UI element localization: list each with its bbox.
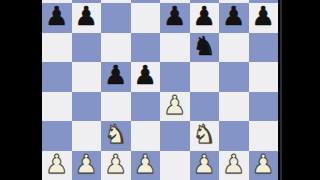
square-h6 bbox=[249, 33, 279, 63]
piece-white-knight-c3: ♞ bbox=[104, 120, 127, 150]
square-d5: ♟ bbox=[131, 62, 161, 92]
piece-black-pawn-g7: ♟ bbox=[222, 2, 245, 32]
square-c7 bbox=[101, 3, 131, 33]
square-h3 bbox=[249, 121, 279, 151]
square-b2: ♟ bbox=[72, 151, 102, 180]
square-c3: ♞ bbox=[101, 121, 131, 151]
square-e6 bbox=[160, 33, 190, 63]
piece-black-pawn-f7: ♟ bbox=[193, 2, 216, 32]
piece-black-pawn-e7: ♟ bbox=[163, 2, 186, 32]
piece-black-pawn-c5: ♟ bbox=[104, 61, 127, 91]
piece-white-pawn-a2: ♟ bbox=[45, 150, 68, 180]
piece-white-king-e1: ♚ bbox=[163, 179, 186, 180]
square-e2 bbox=[160, 151, 190, 180]
piece-white-rook-a1: ♜ bbox=[45, 179, 68, 180]
square-d7 bbox=[131, 3, 161, 33]
piece-white-pawn-e4: ♟ bbox=[163, 91, 186, 121]
piece-white-rook-h1: ♜ bbox=[252, 179, 275, 180]
square-c2: ♟ bbox=[101, 151, 131, 180]
square-a5 bbox=[42, 62, 72, 92]
square-g5 bbox=[219, 62, 249, 92]
square-c6 bbox=[101, 33, 131, 63]
square-e3 bbox=[160, 121, 190, 151]
piece-white-pawn-h2: ♟ bbox=[252, 150, 275, 180]
square-g6 bbox=[219, 33, 249, 63]
square-f3: ♞ bbox=[190, 121, 220, 151]
video-frame: ♜♞♝♛♚♝♜♟♟♟♟♟♟♞♟♟♟♞♞♟♟♟♟♟♟♟♜♝♛♚♝♜ bbox=[0, 0, 320, 180]
square-b4 bbox=[72, 92, 102, 122]
square-h7: ♟ bbox=[249, 3, 279, 33]
square-d6 bbox=[131, 33, 161, 63]
square-h2: ♟ bbox=[249, 151, 279, 180]
piece-black-bishop-c8: ♝ bbox=[104, 0, 127, 2]
square-c4 bbox=[101, 92, 131, 122]
piece-black-knight-f6: ♞ bbox=[193, 32, 216, 62]
square-d2: ♟ bbox=[131, 151, 161, 180]
square-e5 bbox=[160, 62, 190, 92]
piece-white-pawn-f2: ♟ bbox=[193, 150, 216, 180]
square-c5: ♟ bbox=[101, 62, 131, 92]
piece-black-pawn-h7: ♟ bbox=[252, 2, 275, 32]
square-a3 bbox=[42, 121, 72, 151]
square-d3 bbox=[131, 121, 161, 151]
square-f6: ♞ bbox=[190, 33, 220, 63]
square-g4 bbox=[219, 92, 249, 122]
square-h4 bbox=[249, 92, 279, 122]
piece-white-knight-f3: ♞ bbox=[193, 120, 216, 150]
square-f4 bbox=[190, 92, 220, 122]
piece-white-pawn-g2: ♟ bbox=[222, 150, 245, 180]
square-d4 bbox=[131, 92, 161, 122]
square-h5 bbox=[249, 62, 279, 92]
piece-white-pawn-c2: ♟ bbox=[104, 150, 127, 180]
piece-black-pawn-b7: ♟ bbox=[75, 2, 98, 32]
square-f5 bbox=[190, 62, 220, 92]
square-f7: ♟ bbox=[190, 3, 220, 33]
piece-black-pawn-a7: ♟ bbox=[45, 2, 68, 32]
square-f2: ♟ bbox=[190, 151, 220, 180]
piece-white-pawn-d2: ♟ bbox=[134, 150, 157, 180]
piece-black-queen-d8: ♛ bbox=[134, 0, 157, 2]
square-b5 bbox=[72, 62, 102, 92]
piece-white-pawn-b2: ♟ bbox=[75, 150, 98, 180]
square-b6 bbox=[72, 33, 102, 63]
chess-board: ♜♞♝♛♚♝♜♟♟♟♟♟♟♞♟♟♟♞♞♟♟♟♟♟♟♟♜♝♛♚♝♜ bbox=[42, 0, 278, 180]
square-e7: ♟ bbox=[160, 3, 190, 33]
square-a6 bbox=[42, 33, 72, 63]
square-a2: ♟ bbox=[42, 151, 72, 180]
square-a7: ♟ bbox=[42, 3, 72, 33]
square-g7: ♟ bbox=[219, 3, 249, 33]
piece-white-bishop-c1: ♝ bbox=[104, 179, 127, 180]
square-b3 bbox=[72, 121, 102, 151]
piece-black-pawn-d5: ♟ bbox=[134, 61, 157, 91]
square-g3 bbox=[219, 121, 249, 151]
piece-white-bishop-f1: ♝ bbox=[193, 179, 216, 180]
square-a4 bbox=[42, 92, 72, 122]
square-g2: ♟ bbox=[219, 151, 249, 180]
board-edge-line bbox=[280, 0, 282, 180]
square-e4: ♟ bbox=[160, 92, 190, 122]
square-b7: ♟ bbox=[72, 3, 102, 33]
piece-white-queen-d1: ♛ bbox=[134, 179, 157, 180]
